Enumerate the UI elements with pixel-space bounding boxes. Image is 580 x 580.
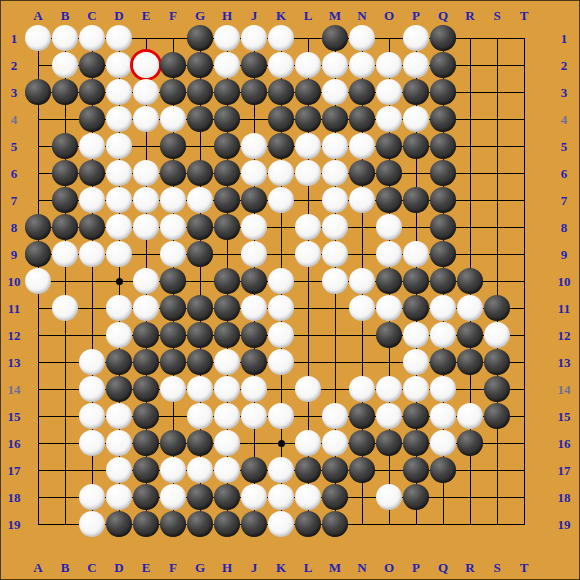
point-P6[interactable] [403, 160, 430, 187]
point-L1[interactable] [295, 25, 322, 52]
point-J2[interactable] [241, 52, 268, 79]
point-B17[interactable] [52, 457, 79, 484]
point-Q18[interactable] [430, 484, 457, 511]
point-T3[interactable] [511, 79, 538, 106]
point-R6[interactable] [457, 160, 484, 187]
point-E19[interactable] [133, 511, 160, 538]
point-Q11[interactable] [430, 295, 457, 322]
point-B18[interactable] [52, 484, 79, 511]
point-M3[interactable] [322, 79, 349, 106]
point-F9[interactable] [160, 241, 187, 268]
point-C10[interactable] [79, 268, 106, 295]
point-M18[interactable] [322, 484, 349, 511]
point-R9[interactable] [457, 241, 484, 268]
point-S15[interactable] [484, 403, 511, 430]
point-P10[interactable] [403, 268, 430, 295]
point-A7[interactable] [25, 187, 52, 214]
point-M13[interactable] [322, 349, 349, 376]
point-P7[interactable] [403, 187, 430, 214]
point-J15[interactable] [241, 403, 268, 430]
point-D19[interactable] [106, 511, 133, 538]
point-J5[interactable] [241, 133, 268, 160]
point-B5[interactable] [52, 133, 79, 160]
point-L15[interactable] [295, 403, 322, 430]
point-J13[interactable] [241, 349, 268, 376]
point-E3[interactable] [133, 79, 160, 106]
point-C14[interactable] [79, 376, 106, 403]
point-S17[interactable] [484, 457, 511, 484]
point-J19[interactable] [241, 511, 268, 538]
point-E1[interactable] [133, 25, 160, 52]
point-L18[interactable] [295, 484, 322, 511]
point-A15[interactable] [25, 403, 52, 430]
point-M6[interactable] [322, 160, 349, 187]
point-L19[interactable] [295, 511, 322, 538]
point-M11[interactable] [322, 295, 349, 322]
point-O16[interactable] [376, 430, 403, 457]
point-R4[interactable] [457, 106, 484, 133]
point-G19[interactable] [187, 511, 214, 538]
point-O2[interactable] [376, 52, 403, 79]
point-N13[interactable] [349, 349, 376, 376]
point-P19[interactable] [403, 511, 430, 538]
point-N5[interactable] [349, 133, 376, 160]
point-S10[interactable] [484, 268, 511, 295]
point-H8[interactable] [214, 214, 241, 241]
point-J12[interactable] [241, 322, 268, 349]
point-F18[interactable] [160, 484, 187, 511]
point-C6[interactable] [79, 160, 106, 187]
point-P5[interactable] [403, 133, 430, 160]
point-C19[interactable] [79, 511, 106, 538]
point-K15[interactable] [268, 403, 295, 430]
point-J7[interactable] [241, 187, 268, 214]
point-H12[interactable] [214, 322, 241, 349]
point-C1[interactable] [79, 25, 106, 52]
point-A14[interactable] [25, 376, 52, 403]
point-D17[interactable] [106, 457, 133, 484]
point-L12[interactable] [295, 322, 322, 349]
point-P3[interactable] [403, 79, 430, 106]
point-F6[interactable] [160, 160, 187, 187]
point-J18[interactable] [241, 484, 268, 511]
point-F2[interactable] [160, 52, 187, 79]
point-B6[interactable] [52, 160, 79, 187]
point-Q4[interactable] [430, 106, 457, 133]
point-N7[interactable] [349, 187, 376, 214]
point-K12[interactable] [268, 322, 295, 349]
point-B11[interactable] [52, 295, 79, 322]
point-E14[interactable] [133, 376, 160, 403]
point-A18[interactable] [25, 484, 52, 511]
point-H1[interactable] [214, 25, 241, 52]
point-O9[interactable] [376, 241, 403, 268]
point-O10[interactable] [376, 268, 403, 295]
point-L5[interactable] [295, 133, 322, 160]
point-E13[interactable] [133, 349, 160, 376]
point-M5[interactable] [322, 133, 349, 160]
point-T4[interactable] [511, 106, 538, 133]
point-R13[interactable] [457, 349, 484, 376]
point-G1[interactable] [187, 25, 214, 52]
point-J16[interactable] [241, 430, 268, 457]
point-A1[interactable] [25, 25, 52, 52]
point-K9[interactable] [268, 241, 295, 268]
point-G2[interactable] [187, 52, 214, 79]
point-L16[interactable] [295, 430, 322, 457]
point-P14[interactable] [403, 376, 430, 403]
point-A16[interactable] [25, 430, 52, 457]
point-G12[interactable] [187, 322, 214, 349]
point-B2[interactable] [52, 52, 79, 79]
point-E7[interactable] [133, 187, 160, 214]
point-H4[interactable] [214, 106, 241, 133]
point-E9[interactable] [133, 241, 160, 268]
point-F1[interactable] [160, 25, 187, 52]
point-S4[interactable] [484, 106, 511, 133]
point-F5[interactable] [160, 133, 187, 160]
point-S13[interactable] [484, 349, 511, 376]
point-A19[interactable] [25, 511, 52, 538]
point-B10[interactable] [52, 268, 79, 295]
point-K18[interactable] [268, 484, 295, 511]
point-T12[interactable] [511, 322, 538, 349]
point-G14[interactable] [187, 376, 214, 403]
point-C17[interactable] [79, 457, 106, 484]
point-E12[interactable] [133, 322, 160, 349]
point-C2[interactable] [79, 52, 106, 79]
point-H6[interactable] [214, 160, 241, 187]
point-F10[interactable] [160, 268, 187, 295]
point-R12[interactable] [457, 322, 484, 349]
point-Q7[interactable] [430, 187, 457, 214]
point-R16[interactable] [457, 430, 484, 457]
point-N4[interactable] [349, 106, 376, 133]
point-B9[interactable] [52, 241, 79, 268]
point-A10[interactable] [25, 268, 52, 295]
point-D10[interactable] [106, 268, 133, 295]
point-R2[interactable] [457, 52, 484, 79]
point-K11[interactable] [268, 295, 295, 322]
point-M8[interactable] [322, 214, 349, 241]
point-K8[interactable] [268, 214, 295, 241]
point-K19[interactable] [268, 511, 295, 538]
point-P12[interactable] [403, 322, 430, 349]
point-L10[interactable] [295, 268, 322, 295]
point-G8[interactable] [187, 214, 214, 241]
point-S7[interactable] [484, 187, 511, 214]
point-L11[interactable] [295, 295, 322, 322]
point-N12[interactable] [349, 322, 376, 349]
point-G18[interactable] [187, 484, 214, 511]
point-F14[interactable] [160, 376, 187, 403]
point-M19[interactable] [322, 511, 349, 538]
point-G5[interactable] [187, 133, 214, 160]
point-P9[interactable] [403, 241, 430, 268]
point-C15[interactable] [79, 403, 106, 430]
point-D6[interactable] [106, 160, 133, 187]
point-A8[interactable] [25, 214, 52, 241]
point-D4[interactable] [106, 106, 133, 133]
point-Q10[interactable] [430, 268, 457, 295]
point-T9[interactable] [511, 241, 538, 268]
point-R15[interactable] [457, 403, 484, 430]
point-S5[interactable] [484, 133, 511, 160]
point-D14[interactable] [106, 376, 133, 403]
point-C12[interactable] [79, 322, 106, 349]
point-N16[interactable] [349, 430, 376, 457]
point-O13[interactable] [376, 349, 403, 376]
point-G15[interactable] [187, 403, 214, 430]
point-S11[interactable] [484, 295, 511, 322]
point-T15[interactable] [511, 403, 538, 430]
point-O6[interactable] [376, 160, 403, 187]
point-N2[interactable] [349, 52, 376, 79]
point-Q9[interactable] [430, 241, 457, 268]
point-N11[interactable] [349, 295, 376, 322]
point-S18[interactable] [484, 484, 511, 511]
point-E2[interactable] [133, 52, 160, 79]
point-L7[interactable] [295, 187, 322, 214]
point-Q14[interactable] [430, 376, 457, 403]
point-T6[interactable] [511, 160, 538, 187]
point-T10[interactable] [511, 268, 538, 295]
point-G7[interactable] [187, 187, 214, 214]
point-M4[interactable] [322, 106, 349, 133]
point-A13[interactable] [25, 349, 52, 376]
point-F7[interactable] [160, 187, 187, 214]
point-Q3[interactable] [430, 79, 457, 106]
point-L14[interactable] [295, 376, 322, 403]
point-K1[interactable] [268, 25, 295, 52]
point-G3[interactable] [187, 79, 214, 106]
point-C8[interactable] [79, 214, 106, 241]
point-L6[interactable] [295, 160, 322, 187]
point-C4[interactable] [79, 106, 106, 133]
point-E6[interactable] [133, 160, 160, 187]
point-Q6[interactable] [430, 160, 457, 187]
point-H15[interactable] [214, 403, 241, 430]
point-D8[interactable] [106, 214, 133, 241]
point-L9[interactable] [295, 241, 322, 268]
point-A5[interactable] [25, 133, 52, 160]
point-S8[interactable] [484, 214, 511, 241]
point-G13[interactable] [187, 349, 214, 376]
point-D18[interactable] [106, 484, 133, 511]
point-O4[interactable] [376, 106, 403, 133]
point-K17[interactable] [268, 457, 295, 484]
point-F12[interactable] [160, 322, 187, 349]
point-R5[interactable] [457, 133, 484, 160]
point-N10[interactable] [349, 268, 376, 295]
point-B1[interactable] [52, 25, 79, 52]
point-H7[interactable] [214, 187, 241, 214]
point-S14[interactable] [484, 376, 511, 403]
point-L2[interactable] [295, 52, 322, 79]
point-A9[interactable] [25, 241, 52, 268]
point-K3[interactable] [268, 79, 295, 106]
point-O1[interactable] [376, 25, 403, 52]
point-F19[interactable] [160, 511, 187, 538]
point-A3[interactable] [25, 79, 52, 106]
point-R14[interactable] [457, 376, 484, 403]
point-R10[interactable] [457, 268, 484, 295]
point-A11[interactable] [25, 295, 52, 322]
point-T5[interactable] [511, 133, 538, 160]
point-O14[interactable] [376, 376, 403, 403]
point-H13[interactable] [214, 349, 241, 376]
point-C3[interactable] [79, 79, 106, 106]
point-T13[interactable] [511, 349, 538, 376]
point-B16[interactable] [52, 430, 79, 457]
point-D11[interactable] [106, 295, 133, 322]
point-N17[interactable] [349, 457, 376, 484]
point-M1[interactable] [322, 25, 349, 52]
point-H19[interactable] [214, 511, 241, 538]
point-R17[interactable] [457, 457, 484, 484]
point-R7[interactable] [457, 187, 484, 214]
point-F4[interactable] [160, 106, 187, 133]
point-R11[interactable] [457, 295, 484, 322]
point-T18[interactable] [511, 484, 538, 511]
point-D15[interactable] [106, 403, 133, 430]
point-P2[interactable] [403, 52, 430, 79]
point-Q19[interactable] [430, 511, 457, 538]
point-G9[interactable] [187, 241, 214, 268]
point-M2[interactable] [322, 52, 349, 79]
point-A17[interactable] [25, 457, 52, 484]
point-D2[interactable] [106, 52, 133, 79]
point-J11[interactable] [241, 295, 268, 322]
point-J6[interactable] [241, 160, 268, 187]
point-B4[interactable] [52, 106, 79, 133]
point-C18[interactable] [79, 484, 106, 511]
point-F11[interactable] [160, 295, 187, 322]
point-H3[interactable] [214, 79, 241, 106]
point-K13[interactable] [268, 349, 295, 376]
point-N1[interactable] [349, 25, 376, 52]
point-O12[interactable] [376, 322, 403, 349]
point-F16[interactable] [160, 430, 187, 457]
point-E17[interactable] [133, 457, 160, 484]
point-H18[interactable] [214, 484, 241, 511]
point-R8[interactable] [457, 214, 484, 241]
point-S3[interactable] [484, 79, 511, 106]
point-K14[interactable] [268, 376, 295, 403]
point-B12[interactable] [52, 322, 79, 349]
point-C11[interactable] [79, 295, 106, 322]
point-H14[interactable] [214, 376, 241, 403]
point-Q15[interactable] [430, 403, 457, 430]
point-M7[interactable] [322, 187, 349, 214]
point-H10[interactable] [214, 268, 241, 295]
point-Q16[interactable] [430, 430, 457, 457]
point-Q2[interactable] [430, 52, 457, 79]
point-D3[interactable] [106, 79, 133, 106]
point-J4[interactable] [241, 106, 268, 133]
point-B8[interactable] [52, 214, 79, 241]
point-R1[interactable] [457, 25, 484, 52]
point-Q8[interactable] [430, 214, 457, 241]
point-N6[interactable] [349, 160, 376, 187]
point-H11[interactable] [214, 295, 241, 322]
point-L4[interactable] [295, 106, 322, 133]
point-H5[interactable] [214, 133, 241, 160]
point-E10[interactable] [133, 268, 160, 295]
point-A4[interactable] [25, 106, 52, 133]
point-J3[interactable] [241, 79, 268, 106]
point-G17[interactable] [187, 457, 214, 484]
point-G10[interactable] [187, 268, 214, 295]
point-M15[interactable] [322, 403, 349, 430]
point-L17[interactable] [295, 457, 322, 484]
point-J14[interactable] [241, 376, 268, 403]
point-Q17[interactable] [430, 457, 457, 484]
point-O11[interactable] [376, 295, 403, 322]
point-B14[interactable] [52, 376, 79, 403]
point-N19[interactable] [349, 511, 376, 538]
point-N15[interactable] [349, 403, 376, 430]
point-F8[interactable] [160, 214, 187, 241]
point-E5[interactable] [133, 133, 160, 160]
point-E18[interactable] [133, 484, 160, 511]
point-F17[interactable] [160, 457, 187, 484]
point-J9[interactable] [241, 241, 268, 268]
point-L8[interactable] [295, 214, 322, 241]
point-P18[interactable] [403, 484, 430, 511]
point-E16[interactable] [133, 430, 160, 457]
point-E11[interactable] [133, 295, 160, 322]
point-O18[interactable] [376, 484, 403, 511]
point-D16[interactable] [106, 430, 133, 457]
point-T14[interactable] [511, 376, 538, 403]
point-J17[interactable] [241, 457, 268, 484]
point-O8[interactable] [376, 214, 403, 241]
point-B3[interactable] [52, 79, 79, 106]
point-B7[interactable] [52, 187, 79, 214]
point-Q12[interactable] [430, 322, 457, 349]
point-C9[interactable] [79, 241, 106, 268]
point-K5[interactable] [268, 133, 295, 160]
point-O3[interactable] [376, 79, 403, 106]
point-O15[interactable] [376, 403, 403, 430]
point-T16[interactable] [511, 430, 538, 457]
point-G6[interactable] [187, 160, 214, 187]
point-O19[interactable] [376, 511, 403, 538]
point-N18[interactable] [349, 484, 376, 511]
point-T17[interactable] [511, 457, 538, 484]
point-E15[interactable] [133, 403, 160, 430]
point-T8[interactable] [511, 214, 538, 241]
point-A12[interactable] [25, 322, 52, 349]
point-A6[interactable] [25, 160, 52, 187]
point-S6[interactable] [484, 160, 511, 187]
point-H9[interactable] [214, 241, 241, 268]
point-P13[interactable] [403, 349, 430, 376]
point-E8[interactable] [133, 214, 160, 241]
point-G4[interactable] [187, 106, 214, 133]
point-Q5[interactable] [430, 133, 457, 160]
point-H17[interactable] [214, 457, 241, 484]
point-T11[interactable] [511, 295, 538, 322]
point-S9[interactable] [484, 241, 511, 268]
point-D9[interactable] [106, 241, 133, 268]
point-T19[interactable] [511, 511, 538, 538]
point-G16[interactable] [187, 430, 214, 457]
point-M14[interactable] [322, 376, 349, 403]
point-B19[interactable] [52, 511, 79, 538]
point-C16[interactable] [79, 430, 106, 457]
